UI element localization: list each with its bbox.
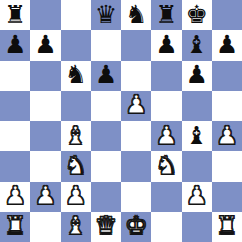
square-f6[interactable] (151, 61, 181, 91)
square-h7[interactable]: ♟ (212, 30, 242, 60)
square-e2[interactable] (121, 182, 151, 212)
piece-black-pawn[interactable]: ♟ (4, 32, 26, 57)
square-c3[interactable]: ♞ (61, 151, 91, 181)
piece-white-bishop[interactable]: ♝ (64, 213, 86, 238)
square-a7[interactable]: ♟ (0, 30, 30, 60)
square-f4[interactable]: ♟ (151, 121, 181, 151)
piece-black-queen[interactable]: ♛ (95, 2, 117, 27)
square-c8[interactable] (61, 0, 91, 30)
square-h3[interactable] (212, 151, 242, 181)
square-c2[interactable]: ♟ (61, 182, 91, 212)
square-b2[interactable]: ♟ (30, 182, 60, 212)
square-d6[interactable]: ♟ (91, 61, 121, 91)
square-d5[interactable] (91, 91, 121, 121)
piece-white-rook[interactable]: ♜ (4, 213, 26, 238)
piece-white-king[interactable]: ♚ (125, 213, 147, 238)
square-d7[interactable] (91, 30, 121, 60)
square-f1[interactable] (151, 212, 181, 242)
square-c4[interactable]: ♝ (61, 121, 91, 151)
square-a4[interactable] (0, 121, 30, 151)
square-g1[interactable] (182, 212, 212, 242)
square-c1[interactable]: ♝ (61, 212, 91, 242)
square-e6[interactable] (121, 61, 151, 91)
piece-white-pawn[interactable]: ♟ (155, 123, 177, 148)
piece-white-bishop[interactable]: ♝ (64, 123, 86, 148)
square-f7[interactable]: ♟ (151, 30, 181, 60)
piece-black-pawn[interactable]: ♟ (155, 32, 177, 57)
square-b1[interactable] (30, 212, 60, 242)
square-g7[interactable]: ♝ (182, 30, 212, 60)
square-h6[interactable] (212, 61, 242, 91)
square-g2[interactable]: ♟ (182, 182, 212, 212)
square-a8[interactable]: ♜ (0, 0, 30, 30)
square-f2[interactable] (151, 182, 181, 212)
square-a3[interactable] (0, 151, 30, 181)
square-a1[interactable]: ♜ (0, 212, 30, 242)
piece-black-king[interactable]: ♚ (185, 2, 207, 27)
piece-black-pawn[interactable]: ♟ (34, 32, 56, 57)
square-e7[interactable] (121, 30, 151, 60)
square-e4[interactable] (121, 121, 151, 151)
square-d1[interactable]: ♛ (91, 212, 121, 242)
square-a5[interactable] (0, 91, 30, 121)
chess-board: ♜♛♞♜♚♟♟♟♝♟♞♟♟♟♝♟♝♟♞♞♟♟♟♟♜♝♛♚♜ (0, 0, 242, 242)
square-g6[interactable]: ♟ (182, 61, 212, 91)
piece-white-pawn[interactable]: ♟ (64, 183, 86, 208)
square-b5[interactable] (30, 91, 60, 121)
piece-black-knight[interactable]: ♞ (125, 2, 147, 27)
square-f8[interactable]: ♜ (151, 0, 181, 30)
square-h8[interactable] (212, 0, 242, 30)
square-h5[interactable] (212, 91, 242, 121)
square-e8[interactable]: ♞ (121, 0, 151, 30)
square-e3[interactable] (121, 151, 151, 181)
piece-white-pawn[interactable]: ♟ (185, 183, 207, 208)
piece-white-knight[interactable]: ♞ (64, 153, 86, 178)
square-h1[interactable]: ♜ (212, 212, 242, 242)
square-b8[interactable] (30, 0, 60, 30)
piece-white-knight[interactable]: ♞ (155, 153, 177, 178)
piece-white-pawn[interactable]: ♟ (125, 92, 147, 117)
square-h4[interactable]: ♟ (212, 121, 242, 151)
square-g4[interactable]: ♝ (182, 121, 212, 151)
square-g8[interactable]: ♚ (182, 0, 212, 30)
piece-white-queen[interactable]: ♛ (95, 213, 117, 238)
square-f5[interactable] (151, 91, 181, 121)
square-f3[interactable]: ♞ (151, 151, 181, 181)
piece-black-bishop[interactable]: ♝ (185, 123, 207, 148)
square-d4[interactable] (91, 121, 121, 151)
square-d8[interactable]: ♛ (91, 0, 121, 30)
square-a6[interactable] (0, 61, 30, 91)
square-g5[interactable] (182, 91, 212, 121)
square-c5[interactable] (61, 91, 91, 121)
square-c6[interactable]: ♞ (61, 61, 91, 91)
square-a2[interactable]: ♟ (0, 182, 30, 212)
square-b3[interactable] (30, 151, 60, 181)
square-c7[interactable] (61, 30, 91, 60)
piece-black-knight[interactable]: ♞ (64, 62, 86, 87)
square-b7[interactable]: ♟ (30, 30, 60, 60)
piece-black-rook[interactable]: ♜ (4, 2, 26, 27)
piece-white-pawn[interactable]: ♟ (4, 183, 26, 208)
piece-black-pawn[interactable]: ♟ (95, 62, 117, 87)
piece-white-pawn[interactable]: ♟ (34, 183, 56, 208)
square-b4[interactable] (30, 121, 60, 151)
piece-white-pawn[interactable]: ♟ (216, 123, 238, 148)
square-d2[interactable] (91, 182, 121, 212)
piece-black-pawn[interactable]: ♟ (185, 62, 207, 87)
square-h2[interactable] (212, 182, 242, 212)
square-g3[interactable] (182, 151, 212, 181)
square-e5[interactable]: ♟ (121, 91, 151, 121)
square-d3[interactable] (91, 151, 121, 181)
piece-black-rook[interactable]: ♜ (155, 2, 177, 27)
piece-black-pawn[interactable]: ♟ (216, 32, 238, 57)
piece-white-rook[interactable]: ♜ (216, 213, 238, 238)
piece-black-bishop[interactable]: ♝ (185, 32, 207, 57)
chess-board-container: ♜♛♞♜♚♟♟♟♝♟♞♟♟♟♝♟♝♟♞♞♟♟♟♟♜♝♛♚♜ (0, 0, 242, 242)
square-e1[interactable]: ♚ (121, 212, 151, 242)
square-b6[interactable] (30, 61, 60, 91)
